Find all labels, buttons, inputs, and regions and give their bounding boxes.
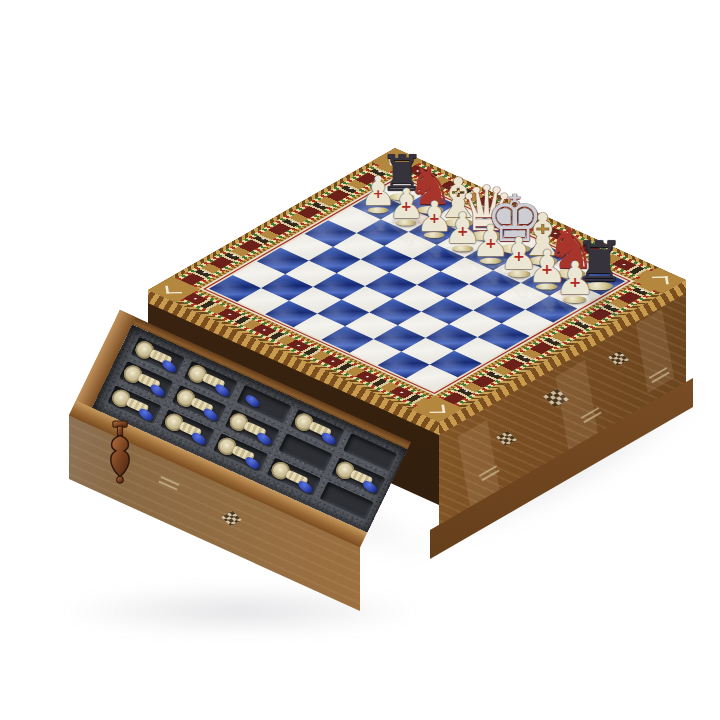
pieces-layer: ♜♜♞♞♝♝♛♛♚♚♝♝♞♞♜♜♟♟+♟♟+♟♟+♟♟+♟♟+♟♟+♟♟+♟♟+ bbox=[0, 0, 720, 720]
pawn-shield-cross-icon: + bbox=[541, 262, 553, 276]
pawn-piece: ♟+ bbox=[555, 256, 596, 301]
product-photo-chess-set: { "game": "chess", "scene_type": "wooden… bbox=[0, 0, 720, 720]
pawn-shield-cross-icon: + bbox=[569, 274, 581, 289]
pawn-shield-cross-icon: + bbox=[513, 250, 525, 264]
pawn-shield-cross-icon: + bbox=[429, 212, 440, 225]
pawn-shield-cross-icon: + bbox=[457, 225, 468, 239]
pawn-shield-cross-icon: + bbox=[485, 237, 497, 251]
pawn-shield-cross-icon: + bbox=[401, 200, 412, 213]
pawn-shield-cross-icon: + bbox=[373, 187, 384, 200]
